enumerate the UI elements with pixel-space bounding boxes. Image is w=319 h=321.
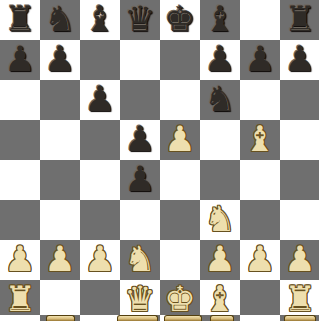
black-pawn[interactable]: ♟ bbox=[284, 40, 315, 79]
white-bishop[interactable]: ♝ bbox=[204, 280, 235, 319]
square-e8[interactable]: ♚ bbox=[160, 0, 200, 40]
square-g8[interactable] bbox=[240, 0, 280, 40]
square-c3[interactable] bbox=[80, 200, 120, 240]
square-b1[interactable] bbox=[40, 280, 80, 320]
square-g3[interactable] bbox=[240, 200, 280, 240]
square-h4[interactable] bbox=[280, 160, 319, 200]
square-g6[interactable] bbox=[240, 80, 280, 120]
square-e2[interactable] bbox=[160, 240, 200, 280]
black-queen[interactable]: ♛ bbox=[124, 0, 155, 39]
square-d1[interactable]: ♛ bbox=[120, 280, 160, 320]
square-a5[interactable] bbox=[0, 120, 40, 160]
white-queen[interactable]: ♛ bbox=[124, 280, 155, 319]
white-pawn[interactable]: ♟ bbox=[4, 240, 35, 279]
white-rook[interactable]: ♜ bbox=[284, 280, 315, 319]
cutoff-row bbox=[0, 315, 319, 321]
square-d3[interactable] bbox=[120, 200, 160, 240]
square-g7[interactable]: ♟ bbox=[240, 40, 280, 80]
chess-board-screenshot: ♜♞♝♛♚♝♜♟♟♟♟♟♟♞♟♟♝♟♞♟♟♟♞♟♟♟♜♛♚♝♜ bbox=[0, 0, 319, 321]
square-f3[interactable]: ♞ bbox=[200, 200, 240, 240]
black-pawn[interactable]: ♟ bbox=[4, 40, 35, 79]
white-knight[interactable]: ♞ bbox=[204, 200, 235, 239]
white-pawn[interactable]: ♟ bbox=[284, 240, 315, 279]
square-b6[interactable] bbox=[40, 80, 80, 120]
board-grid: ♜♞♝♛♚♝♜♟♟♟♟♟♟♞♟♟♝♟♞♟♟♟♞♟♟♟♜♛♚♝♜ bbox=[0, 0, 319, 320]
square-b3[interactable] bbox=[40, 200, 80, 240]
cutoff-square-a bbox=[0, 315, 40, 321]
cutoff-piece-top-e bbox=[164, 315, 202, 321]
square-a4[interactable] bbox=[0, 160, 40, 200]
square-e4[interactable] bbox=[160, 160, 200, 200]
cutoff-piece-top-f bbox=[210, 315, 234, 321]
black-rook[interactable]: ♜ bbox=[284, 0, 315, 39]
cutoff-square-g bbox=[240, 315, 280, 321]
square-f2[interactable]: ♟ bbox=[200, 240, 240, 280]
white-pawn[interactable]: ♟ bbox=[44, 240, 75, 279]
square-c5[interactable] bbox=[80, 120, 120, 160]
square-c8[interactable]: ♝ bbox=[80, 0, 120, 40]
black-knight[interactable]: ♞ bbox=[204, 80, 235, 119]
square-h8[interactable]: ♜ bbox=[280, 0, 319, 40]
white-pawn[interactable]: ♟ bbox=[244, 240, 275, 279]
square-d2[interactable]: ♞ bbox=[120, 240, 160, 280]
black-knight[interactable]: ♞ bbox=[44, 0, 75, 39]
square-a3[interactable] bbox=[0, 200, 40, 240]
square-b7[interactable]: ♟ bbox=[40, 40, 80, 80]
square-e3[interactable] bbox=[160, 200, 200, 240]
square-g4[interactable] bbox=[240, 160, 280, 200]
white-pawn[interactable]: ♟ bbox=[164, 120, 195, 159]
square-f6[interactable]: ♞ bbox=[200, 80, 240, 120]
square-h5[interactable] bbox=[280, 120, 319, 160]
white-pawn[interactable]: ♟ bbox=[84, 240, 115, 279]
black-bishop[interactable]: ♝ bbox=[204, 0, 235, 39]
square-b5[interactable] bbox=[40, 120, 80, 160]
black-king[interactable]: ♚ bbox=[164, 0, 195, 39]
white-knight[interactable]: ♞ bbox=[124, 240, 155, 279]
white-rook[interactable]: ♜ bbox=[4, 280, 35, 319]
white-king[interactable]: ♚ bbox=[164, 280, 195, 319]
square-b4[interactable] bbox=[40, 160, 80, 200]
square-f7[interactable]: ♟ bbox=[200, 40, 240, 80]
square-e7[interactable] bbox=[160, 40, 200, 80]
square-b2[interactable]: ♟ bbox=[40, 240, 80, 280]
square-d8[interactable]: ♛ bbox=[120, 0, 160, 40]
square-f5[interactable] bbox=[200, 120, 240, 160]
black-rook[interactable]: ♜ bbox=[4, 0, 35, 39]
square-f8[interactable]: ♝ bbox=[200, 0, 240, 40]
black-pawn[interactable]: ♟ bbox=[124, 120, 155, 159]
square-h1[interactable]: ♜ bbox=[280, 280, 319, 320]
square-e5[interactable]: ♟ bbox=[160, 120, 200, 160]
black-pawn[interactable]: ♟ bbox=[124, 160, 155, 199]
white-bishop[interactable]: ♝ bbox=[244, 120, 275, 159]
cutoff-square-c bbox=[80, 315, 120, 321]
black-pawn[interactable]: ♟ bbox=[204, 40, 235, 79]
square-g5[interactable]: ♝ bbox=[240, 120, 280, 160]
square-b8[interactable]: ♞ bbox=[40, 0, 80, 40]
square-a8[interactable]: ♜ bbox=[0, 0, 40, 40]
square-a2[interactable]: ♟ bbox=[0, 240, 40, 280]
cutoff-piece-top-d bbox=[117, 315, 158, 321]
square-f1[interactable]: ♝ bbox=[200, 280, 240, 320]
white-pawn[interactable]: ♟ bbox=[204, 240, 235, 279]
cutoff-piece-top-h bbox=[284, 315, 316, 321]
black-pawn[interactable]: ♟ bbox=[84, 80, 115, 119]
square-c7[interactable] bbox=[80, 40, 120, 80]
black-pawn[interactable]: ♟ bbox=[244, 40, 275, 79]
square-a7[interactable]: ♟ bbox=[0, 40, 40, 80]
black-bishop[interactable]: ♝ bbox=[84, 0, 115, 39]
cutoff-piece-top-b bbox=[46, 315, 75, 321]
square-d5[interactable]: ♟ bbox=[120, 120, 160, 160]
square-h7[interactable]: ♟ bbox=[280, 40, 319, 80]
square-h3[interactable] bbox=[280, 200, 319, 240]
square-g2[interactable]: ♟ bbox=[240, 240, 280, 280]
square-d6[interactable] bbox=[120, 80, 160, 120]
square-h6[interactable] bbox=[280, 80, 319, 120]
square-c2[interactable]: ♟ bbox=[80, 240, 120, 280]
square-f4[interactable] bbox=[200, 160, 240, 200]
square-c4[interactable] bbox=[80, 160, 120, 200]
square-e6[interactable] bbox=[160, 80, 200, 120]
square-d7[interactable] bbox=[120, 40, 160, 80]
square-c1[interactable] bbox=[80, 280, 120, 320]
black-pawn[interactable]: ♟ bbox=[44, 40, 75, 79]
square-a6[interactable] bbox=[0, 80, 40, 120]
square-a1[interactable]: ♜ bbox=[0, 280, 40, 320]
square-c6[interactable]: ♟ bbox=[80, 80, 120, 120]
square-e1[interactable]: ♚ bbox=[160, 280, 200, 320]
square-h2[interactable]: ♟ bbox=[280, 240, 319, 280]
square-g1[interactable] bbox=[240, 280, 280, 320]
square-d4[interactable]: ♟ bbox=[120, 160, 160, 200]
